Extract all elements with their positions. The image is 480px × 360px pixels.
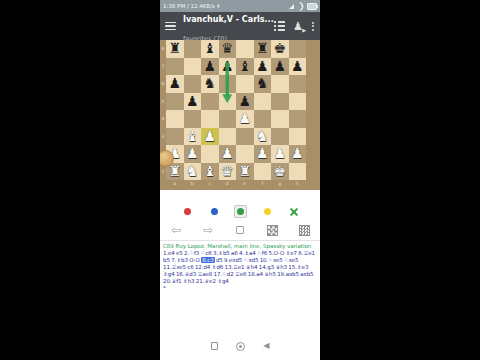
piece-white-pawn: ♟ — [236, 110, 254, 128]
phone-screen: 1:38 PM / 12.4KB/s Ivanchuk,V - Carls...… — [160, 0, 320, 360]
square-d3[interactable] — [219, 128, 237, 146]
checkerboard-small-icon — [299, 225, 310, 236]
square-b6[interactable] — [184, 75, 202, 93]
game-title: Ivanchuk,V - Carls... — [183, 15, 274, 24]
square-d8[interactable]: ♛ — [219, 40, 237, 58]
square-f2[interactable]: ♟ — [254, 145, 272, 163]
file-label-h: h — [289, 180, 307, 190]
annotation-color-bar — [181, 204, 300, 219]
piece-white-pawn: ♟ — [271, 145, 289, 163]
piece-white-queen: ♛ — [219, 163, 237, 181]
square-h2[interactable]: ♟ — [289, 145, 307, 163]
square-h4[interactable] — [289, 110, 307, 128]
annotation-color-blue[interactable] — [208, 205, 221, 218]
forward-move-button[interactable]: ⇨ — [192, 222, 224, 238]
square-g5[interactable] — [271, 93, 289, 111]
square-c8[interactable]: ♝ — [201, 40, 219, 58]
piece-white-knight: ♞ — [184, 163, 202, 181]
square-g3[interactable] — [271, 128, 289, 146]
square-b7[interactable] — [184, 58, 202, 76]
square-b5[interactable]: ♟ — [184, 93, 202, 111]
square-d5[interactable] — [219, 93, 237, 111]
piece-black-bishop: ♝ — [236, 58, 254, 76]
play-triangle-icon: ▶ — [302, 28, 306, 33]
piece-black-pawn: ♟ — [184, 93, 202, 111]
piece-white-pawn: ♟ — [254, 145, 272, 163]
green-cross-icon — [289, 207, 298, 216]
opening-header: C89 Ruy Lopez: Marshall, main line, Spas… — [163, 243, 317, 250]
square-c2[interactable] — [201, 145, 219, 163]
engine-play-icon[interactable]: ♟▶ — [292, 20, 304, 33]
file-label-e: e — [236, 180, 254, 190]
square-e7[interactable]: ♝ — [236, 58, 254, 76]
square-b3[interactable]: ♝ — [184, 128, 202, 146]
piece-black-pawn: ♟ — [289, 58, 307, 76]
square-f4[interactable] — [254, 110, 272, 128]
square-h8[interactable] — [289, 40, 307, 58]
android-nav-bar: ◀ — [160, 338, 320, 354]
piece-black-knight: ♞ — [201, 75, 219, 93]
square-f8[interactable]: ♜ — [254, 40, 272, 58]
moves-list-icon[interactable] — [274, 21, 285, 30]
piece-white-bishop: ♝ — [201, 163, 219, 181]
piece-white-pawn: ♟ — [201, 128, 219, 146]
square-h3[interactable] — [289, 128, 307, 146]
app-bar: Ivanchuk,V - Carls... favorites (70) ♟▶ — [160, 12, 320, 40]
square-c4[interactable] — [201, 110, 219, 128]
square-e4[interactable]: ♟ — [236, 110, 254, 128]
battery-icon — [307, 3, 317, 10]
divider — [160, 240, 320, 241]
square-e5[interactable]: ♟ — [236, 93, 254, 111]
file-label-g: g — [271, 180, 289, 190]
square-b4[interactable] — [184, 110, 202, 128]
annotation-color-green[interactable] — [234, 205, 247, 218]
square-h1[interactable] — [289, 163, 307, 181]
piece-black-pawn: ♟ — [219, 58, 237, 76]
square-b8[interactable] — [184, 40, 202, 58]
square-c5[interactable] — [201, 93, 219, 111]
square-c7[interactable]: ♟ — [201, 58, 219, 76]
square-h5[interactable] — [289, 93, 307, 111]
square-e1[interactable]: ♜ — [236, 163, 254, 181]
piece-black-pawn: ♟ — [236, 93, 254, 111]
piece-black-pawn: ♟ — [254, 58, 272, 76]
piece-black-queen: ♛ — [219, 40, 237, 58]
square-a4[interactable] — [166, 110, 184, 128]
screencast-stage: 1:38 PM / 12.4KB/s Ivanchuk,V - Carls...… — [0, 0, 480, 360]
piece-black-knight: ♞ — [254, 75, 272, 93]
piece-white-pawn: ♟ — [184, 145, 202, 163]
back-move-button[interactable]: ⇦ — [160, 222, 192, 238]
square-c6[interactable]: ♞ — [201, 75, 219, 93]
square-d1[interactable]: ♛ — [219, 163, 237, 181]
file-label-b: b — [184, 180, 202, 190]
square-f1[interactable] — [254, 163, 272, 181]
square-b2[interactable]: ♟ — [184, 145, 202, 163]
square-c1[interactable]: ♝ — [201, 163, 219, 181]
home-button[interactable] — [236, 342, 245, 351]
square-f6[interactable]: ♞ — [254, 75, 272, 93]
square-d4[interactable] — [219, 110, 237, 128]
square-g1[interactable]: ♚ — [271, 163, 289, 181]
square-h6[interactable] — [289, 75, 307, 93]
square-g6[interactable] — [271, 75, 289, 93]
piece-black-king: ♚ — [271, 40, 289, 58]
square-e3[interactable] — [236, 128, 254, 146]
prev-game-button[interactable] — [256, 222, 288, 238]
board-grid: ♜♝♛♜♚♟♟♝♟♟♟♟♞♞♟♟♟♝♟♞♟♟♟♟♟♟♜♞♝♛♜♚ — [166, 40, 306, 180]
piece-white-pawn: ♟ — [289, 145, 307, 163]
file-label-a: a — [166, 180, 184, 190]
piece-black-pawn: ♟ — [271, 58, 289, 76]
piece-black-bishop: ♝ — [201, 40, 219, 58]
menu-icon[interactable] — [165, 22, 176, 31]
square-f7[interactable]: ♟ — [254, 58, 272, 76]
stop-square-icon — [236, 226, 244, 234]
red-dot-icon — [184, 208, 191, 215]
piece-black-pawn: ♟ — [166, 75, 184, 93]
recents-button[interactable] — [211, 342, 219, 350]
status-right — [289, 2, 317, 11]
square-h7[interactable]: ♟ — [289, 58, 307, 76]
game-nav-bar: ⇦ ⇨ — [160, 222, 320, 238]
square-e8[interactable] — [236, 40, 254, 58]
overflow-menu-icon[interactable] — [311, 22, 315, 31]
move-list[interactable]: 1.e4 e5 2.♘f3 ♘c6 3.♗b5 a6 4.♗a4 ♘f6 5.O… — [163, 250, 317, 285]
square-g7[interactable]: ♟ — [271, 58, 289, 76]
green-dot-icon — [237, 208, 244, 215]
blue-dot-icon — [211, 208, 218, 215]
stop-button[interactable] — [224, 222, 256, 238]
appbar-actions: ♟▶ — [274, 20, 315, 33]
next-game-button[interactable] — [288, 222, 320, 238]
square-d6[interactable] — [219, 75, 237, 93]
square-g2[interactable]: ♟ — [271, 145, 289, 163]
square-e2[interactable] — [236, 145, 254, 163]
square-d2[interactable]: ♟ — [219, 145, 237, 163]
piece-white-king: ♚ — [271, 163, 289, 181]
file-label-f: f — [254, 180, 272, 190]
square-a8[interactable]: ♜ — [166, 40, 184, 58]
file-coordinates: abcdefgh — [166, 180, 306, 190]
square-a3[interactable] — [166, 128, 184, 146]
annotation-color-red[interactable] — [181, 205, 194, 218]
piece-white-pawn: ♟ — [219, 145, 237, 163]
checkerboard-icon — [267, 225, 278, 236]
chess-board: 87654321 ♜♝♛♜♚♟♟♝♟♟♟♟♞♞♟♟♟♝♟♞♟♟♟♟♟♟♜♞♝♛♜… — [160, 40, 320, 190]
square-b1[interactable]: ♞ — [184, 163, 202, 181]
file-label-c: c — [201, 180, 219, 190]
back-button[interactable]: ◀ — [263, 341, 269, 351]
square-d7[interactable]: ♟ — [219, 58, 237, 76]
file-label-d: d — [219, 180, 237, 190]
piece-black-rook: ♜ — [254, 40, 272, 58]
clear-annotations-button[interactable] — [287, 205, 300, 218]
piece-black-rook: ♜ — [166, 40, 184, 58]
current-move[interactable]: 8.c3 — [201, 257, 214, 263]
signal-icon — [289, 4, 294, 9]
square-c3[interactable]: ♟ — [201, 128, 219, 146]
square-a7[interactable] — [166, 58, 184, 76]
piece-black-pawn: ♟ — [201, 58, 219, 76]
moves-panel: C89 Ruy Lopez: Marshall, main line, Spas… — [160, 243, 320, 292]
square-e6[interactable] — [236, 75, 254, 93]
game-result: * — [163, 285, 317, 292]
annotation-color-yellow[interactable] — [261, 205, 274, 218]
yellow-dot-icon — [264, 208, 271, 215]
piece-white-rook: ♜ — [236, 163, 254, 181]
piece-white-knight: ♞ — [254, 128, 272, 146]
square-f3[interactable]: ♞ — [254, 128, 272, 146]
square-g4[interactable] — [271, 110, 289, 128]
wifi-icon — [295, 1, 305, 11]
square-f5[interactable] — [254, 93, 272, 111]
piece-white-bishop: ♝ — [184, 128, 202, 146]
square-a6[interactable]: ♟ — [166, 75, 184, 93]
square-g8[interactable]: ♚ — [271, 40, 289, 58]
square-a5[interactable] — [166, 93, 184, 111]
